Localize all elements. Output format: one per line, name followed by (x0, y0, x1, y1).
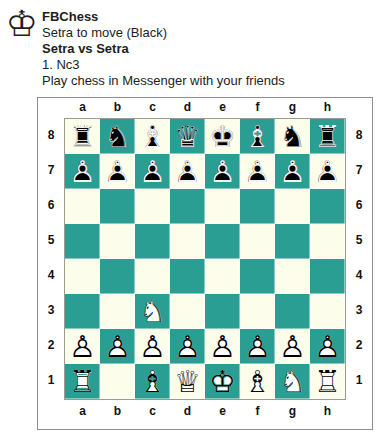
piece-black-rook[interactable]: ♜♖ (310, 119, 345, 154)
square-d8[interactable]: ♛♕ (170, 119, 205, 154)
file-label-b: b (100, 402, 135, 421)
rank-label-2: 2 (38, 328, 64, 363)
square-h8[interactable]: ♜♖ (310, 119, 345, 154)
file-label-e: e (205, 402, 240, 421)
square-h5[interactable] (310, 224, 345, 259)
piece-black-pawn[interactable]: ♟♙ (135, 154, 170, 189)
square-c5[interactable] (135, 224, 170, 259)
square-f2[interactable]: ♟♙ (240, 329, 275, 364)
piece-black-pawn[interactable]: ♟♙ (240, 154, 275, 189)
square-g6[interactable] (275, 189, 310, 224)
rank-label-7: 7 (38, 153, 64, 188)
piece-white-pawn[interactable]: ♟♙ (65, 329, 100, 364)
square-b1[interactable] (100, 364, 135, 399)
square-e3[interactable] (205, 294, 240, 329)
square-d3[interactable] (170, 294, 205, 329)
square-d5[interactable] (170, 224, 205, 259)
square-c4[interactable] (135, 259, 170, 294)
square-b7[interactable]: ♟♙ (100, 154, 135, 189)
square-g7[interactable]: ♟♙ (275, 154, 310, 189)
square-c6[interactable] (135, 189, 170, 224)
square-a5[interactable] (65, 224, 100, 259)
rank-label-5: 5 (346, 223, 372, 258)
square-c3[interactable]: ♞♘ (135, 294, 170, 329)
rank-label-1: 1 (38, 363, 64, 398)
piece-white-knight[interactable]: ♞♘ (275, 364, 310, 399)
status-line: Setra to move (Black) (42, 25, 285, 41)
rank-label-3: 3 (38, 293, 64, 328)
piece-white-pawn[interactable]: ♟♙ (205, 329, 240, 364)
square-e7[interactable]: ♟♙ (205, 154, 240, 189)
square-f7[interactable]: ♟♙ (240, 154, 275, 189)
square-e1[interactable]: ♚♔ (205, 364, 240, 399)
square-d7[interactable]: ♟♙ (170, 154, 205, 189)
square-b8[interactable]: ♞♘ (100, 119, 135, 154)
square-h7[interactable]: ♟♙ (310, 154, 345, 189)
piece-white-pawn[interactable]: ♟♙ (135, 329, 170, 364)
rank-label-6: 6 (38, 188, 64, 223)
square-g2[interactable]: ♟♙ (275, 329, 310, 364)
square-h1[interactable]: ♜♖ (310, 364, 345, 399)
square-c1[interactable]: ♝♗ (135, 364, 170, 399)
square-b6[interactable] (100, 189, 135, 224)
rank-label-4: 4 (346, 258, 372, 293)
piece-white-pawn[interactable]: ♟♙ (310, 329, 345, 364)
tagline: Play chess in Messenger with your friend… (42, 73, 285, 89)
chess-board-widget: abcdefgh 87654321 ♜♖♞♘♝♗♛♕♚♔♝♗♞♘♜♖♟♙♟♙♟♙… (37, 97, 373, 430)
square-c2[interactable]: ♟♙ (135, 329, 170, 364)
file-label-a: a (65, 98, 100, 118)
piece-black-pawn[interactable]: ♟♙ (65, 154, 100, 189)
square-e4[interactable] (205, 259, 240, 294)
piece-white-pawn[interactable]: ♟♙ (275, 329, 310, 364)
square-d2[interactable]: ♟♙ (170, 329, 205, 364)
rank-label-5: 5 (38, 223, 64, 258)
file-label-f: f (240, 98, 275, 118)
square-g3[interactable] (275, 294, 310, 329)
rank-label-8: 8 (346, 118, 372, 153)
piece-black-bishop[interactable]: ♝♗ (135, 119, 170, 154)
piece-white-king[interactable]: ♚♔ (205, 364, 240, 399)
rank-labels-right: 87654321 (346, 118, 372, 400)
piece-white-bishop[interactable]: ♝♗ (135, 364, 170, 399)
square-c7[interactable]: ♟♙ (135, 154, 170, 189)
rank-labels-left: 87654321 (38, 118, 64, 400)
file-label-f: f (240, 402, 275, 421)
rank-label-8: 8 (38, 118, 64, 153)
rank-label-4: 4 (38, 258, 64, 293)
square-f3[interactable] (240, 294, 275, 329)
square-e2[interactable]: ♟♙ (205, 329, 240, 364)
square-f8[interactable]: ♝♗ (240, 119, 275, 154)
white-king-logo-icon[interactable]: ♔ (4, 2, 40, 46)
square-h6[interactable] (310, 189, 345, 224)
piece-white-bishop[interactable]: ♝♗ (240, 364, 275, 399)
square-e5[interactable] (205, 224, 240, 259)
rank-label-7: 7 (346, 153, 372, 188)
square-a1[interactable]: ♜♖ (65, 364, 100, 399)
app-name-link[interactable]: FBChess (42, 9, 285, 25)
board-grid: ♜♖♞♘♝♗♛♕♚♔♝♗♞♘♜♖♟♙♟♙♟♙♟♙♟♙♟♙♟♙♟♙♞♘♟♙♟♙♟♙… (64, 118, 346, 400)
file-label-h: h (310, 98, 345, 118)
piece-white-queen[interactable]: ♛♕ (170, 364, 205, 399)
square-g1[interactable]: ♞♘ (275, 364, 310, 399)
square-e6[interactable] (205, 189, 240, 224)
piece-black-knight[interactable]: ♞♘ (275, 119, 310, 154)
piece-black-rook[interactable]: ♜♖ (65, 119, 100, 154)
file-labels-bottom: abcdefgh (38, 400, 372, 429)
piece-black-knight[interactable]: ♞♘ (100, 119, 135, 154)
square-a2[interactable]: ♟♙ (65, 329, 100, 364)
square-f5[interactable] (240, 224, 275, 259)
piece-black-pawn[interactable]: ♟♙ (275, 154, 310, 189)
square-g5[interactable] (275, 224, 310, 259)
piece-black-pawn[interactable]: ♟♙ (100, 154, 135, 189)
piece-black-pawn[interactable]: ♟♙ (170, 154, 205, 189)
piece-black-pawn[interactable]: ♟♙ (205, 154, 240, 189)
file-label-a: a (65, 402, 100, 421)
square-f6[interactable] (240, 189, 275, 224)
square-g4[interactable] (275, 259, 310, 294)
square-a7[interactable]: ♟♙ (65, 154, 100, 189)
file-label-g: g (275, 98, 310, 118)
square-h3[interactable] (310, 294, 345, 329)
file-label-b: b (100, 98, 135, 118)
square-d1[interactable]: ♛♕ (170, 364, 205, 399)
piece-white-rook[interactable]: ♜♖ (310, 364, 345, 399)
file-label-d: d (170, 98, 205, 118)
header: FBChess Setra to move (Black) Setra vs S… (42, 9, 285, 89)
piece-white-rook[interactable]: ♜♖ (65, 364, 100, 399)
square-f1[interactable]: ♝♗ (240, 364, 275, 399)
square-b5[interactable] (100, 224, 135, 259)
square-f4[interactable] (240, 259, 275, 294)
file-labels-top: abcdefgh (38, 98, 372, 118)
piece-white-pawn[interactable]: ♟♙ (170, 329, 205, 364)
square-d6[interactable] (170, 189, 205, 224)
move-list: 1. Nc3 (42, 57, 285, 73)
file-label-d: d (170, 402, 205, 421)
players-line: Setra vs Setra (42, 41, 285, 57)
file-label-c: c (135, 98, 170, 118)
square-g8[interactable]: ♞♘ (275, 119, 310, 154)
square-b4[interactable] (100, 259, 135, 294)
file-label-c: c (135, 402, 170, 421)
rank-label-6: 6 (346, 188, 372, 223)
square-a3[interactable] (65, 294, 100, 329)
piece-black-bishop[interactable]: ♝♗ (240, 119, 275, 154)
square-a4[interactable] (65, 259, 100, 294)
file-label-g: g (275, 402, 310, 421)
rank-label-2: 2 (346, 328, 372, 363)
square-a6[interactable] (65, 189, 100, 224)
square-a8[interactable]: ♜♖ (65, 119, 100, 154)
piece-black-king[interactable]: ♚♔ (205, 119, 240, 154)
file-label-e: e (205, 98, 240, 118)
square-h4[interactable] (310, 259, 345, 294)
square-d4[interactable] (170, 259, 205, 294)
rank-label-1: 1 (346, 363, 372, 398)
file-label-h: h (310, 402, 345, 421)
piece-white-knight[interactable]: ♞♘ (135, 294, 170, 329)
square-b2[interactable]: ♟♙ (100, 329, 135, 364)
piece-black-pawn[interactable]: ♟♙ (310, 154, 345, 189)
rank-label-3: 3 (346, 293, 372, 328)
piece-white-pawn[interactable]: ♟♙ (100, 329, 135, 364)
square-c8[interactable]: ♝♗ (135, 119, 170, 154)
piece-white-pawn[interactable]: ♟♙ (240, 329, 275, 364)
square-h2[interactable]: ♟♙ (310, 329, 345, 364)
square-b3[interactable] (100, 294, 135, 329)
piece-black-queen[interactable]: ♛♕ (170, 119, 205, 154)
square-e8[interactable]: ♚♔ (205, 119, 240, 154)
